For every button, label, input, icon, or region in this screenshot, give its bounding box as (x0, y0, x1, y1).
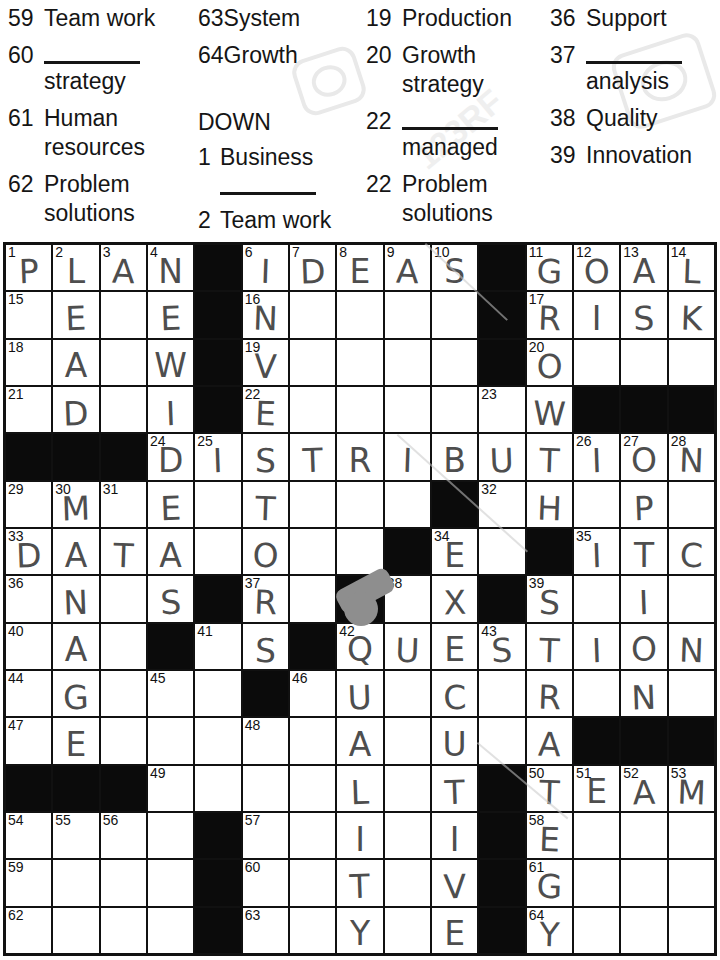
clue-item: 2Team work (198, 206, 364, 235)
cell-number: 45 (150, 670, 166, 686)
grid-cell[interactable]: 31 (101, 482, 146, 527)
grid-cell[interactable]: 17R (527, 292, 572, 337)
grid-cell[interactable]: O (621, 624, 666, 669)
grid-cell[interactable]: S (148, 576, 193, 621)
cell-letter: N (53, 576, 100, 623)
grid-cell[interactable] (669, 860, 714, 905)
grid-cell[interactable] (574, 482, 619, 527)
cell-number: 63 (245, 907, 261, 923)
black-cell (479, 245, 524, 290)
grid-cell[interactable] (385, 908, 430, 953)
grid-cell[interactable] (290, 340, 335, 385)
grid-cell[interactable] (101, 576, 146, 621)
grid-cell[interactable]: 33D (6, 529, 51, 574)
clue-text: Growth (224, 41, 298, 70)
grid-cell[interactable]: 35I (574, 529, 619, 574)
grid-cell[interactable]: 9A (385, 245, 430, 290)
grid-cell[interactable] (669, 813, 714, 858)
cell-number: 62 (8, 907, 24, 923)
grid-cell[interactable] (385, 671, 430, 716)
cell-letter: I (573, 434, 620, 481)
grid-cell[interactable]: X (432, 576, 477, 621)
grid-cell[interactable]: V (432, 860, 477, 905)
grid-cell[interactable]: 63 (243, 908, 288, 953)
clue-column-4: 36Support37analysis38Quality39Innovation (550, 4, 718, 178)
grid-cell[interactable] (290, 766, 335, 811)
grid-cell[interactable]: S (621, 292, 666, 337)
clue-text: Problem (44, 170, 135, 199)
grid-cell[interactable]: T (337, 860, 382, 905)
grid-cell[interactable] (101, 387, 146, 432)
grid-cell[interactable]: 50T (527, 766, 572, 811)
clue-text: strategy (44, 67, 140, 96)
cell-letter: A (53, 529, 98, 574)
cell-letter: S (242, 434, 289, 481)
cell-letter: U (337, 670, 384, 717)
grid-cell[interactable] (148, 718, 193, 763)
grid-cell[interactable]: T (527, 624, 572, 669)
grid-cell[interactable] (337, 292, 382, 337)
cell-letter: E (432, 624, 477, 669)
grid-cell[interactable] (385, 292, 430, 337)
clue-text: analysis (586, 67, 682, 96)
grid-cell[interactable]: 49 (148, 766, 193, 811)
grid-cell[interactable]: 59 (6, 860, 51, 905)
grid-cell[interactable]: 48 (243, 718, 288, 763)
grid-cell[interactable] (574, 671, 619, 716)
grid-cell[interactable] (101, 624, 146, 669)
grid-cell[interactable] (432, 340, 477, 385)
grid-cell[interactable] (574, 340, 619, 385)
grid-cell[interactable] (385, 860, 430, 905)
cell-letter: Q (337, 624, 382, 669)
cell-number: 36 (8, 575, 24, 591)
grid-cell[interactable]: 32 (479, 482, 524, 527)
cell-letter: X (431, 576, 478, 623)
grid-cell[interactable]: 51E (574, 766, 619, 811)
grid-cell[interactable] (574, 908, 619, 953)
grid-cell[interactable] (290, 292, 335, 337)
grid-cell[interactable]: 30M (53, 482, 98, 527)
grid-cell[interactable]: W (148, 340, 193, 385)
grid-cell[interactable]: R (527, 671, 572, 716)
grid-cell[interactable] (574, 860, 619, 905)
cell-letter: N (668, 623, 715, 670)
grid-cell[interactable]: U (479, 434, 524, 479)
grid-cell[interactable]: I (574, 292, 619, 337)
clue-item: 63System (198, 4, 364, 33)
cell-number: 29 (8, 481, 24, 497)
cell-letter: L (668, 244, 715, 291)
grid-cell[interactable]: 44 (6, 671, 51, 716)
grid-cell[interactable]: 60 (243, 860, 288, 905)
grid-cell[interactable] (243, 766, 288, 811)
grid-cell[interactable] (669, 908, 714, 953)
grid-cell[interactable]: 54 (6, 813, 51, 858)
grid-cell[interactable] (385, 340, 430, 385)
grid-cell[interactable] (669, 482, 714, 527)
grid-cell[interactable]: 55 (53, 813, 98, 858)
grid-cell[interactable]: T (432, 766, 477, 811)
grid-cell[interactable] (195, 482, 240, 527)
crossword-grid: 1P2L3A4N6I7D8E9A10S11G12O13A14L15EE16N17… (3, 242, 717, 956)
grid-cell[interactable]: L (337, 766, 382, 811)
cell-number: 44 (8, 670, 24, 686)
clue-text: solutions (44, 199, 135, 228)
clue-text: Business (220, 143, 316, 172)
grid-cell[interactable]: I (621, 576, 666, 621)
grid-cell[interactable] (337, 387, 382, 432)
grid-cell[interactable]: A (527, 718, 572, 763)
grid-cell[interactable]: A (53, 529, 98, 574)
grid-cell[interactable] (148, 813, 193, 858)
grid-cell[interactable]: E (148, 482, 193, 527)
cell-letter: I (147, 386, 194, 433)
grid-cell[interactable]: K (669, 292, 714, 337)
grid-cell[interactable]: U (432, 718, 477, 763)
grid-cell[interactable]: 46 (290, 671, 335, 716)
clue-number: 38 (550, 104, 586, 133)
grid-cell[interactable]: 53M (669, 766, 714, 811)
grid-cell[interactable] (53, 860, 98, 905)
cell-letter: I (621, 576, 668, 623)
grid-cell[interactable]: 64Y (527, 908, 572, 953)
grid-cell[interactable]: 18 (6, 340, 51, 385)
black-cell (6, 434, 51, 479)
cell-number: 41 (197, 623, 213, 639)
clue-blank-line (220, 172, 316, 195)
grid-cell[interactable]: Y (337, 908, 382, 953)
grid-cell[interactable]: 4N (148, 245, 193, 290)
grid-cell[interactable]: G (53, 671, 98, 716)
grid-cell[interactable]: E (53, 718, 98, 763)
grid-cell[interactable]: 7D (290, 245, 335, 290)
grid-cell[interactable]: 47 (6, 718, 51, 763)
cell-letter: S (479, 623, 526, 670)
cell-letter: G (526, 244, 573, 291)
grid-cell[interactable]: 24D (148, 434, 193, 479)
grid-cell[interactable] (385, 718, 430, 763)
grid-cell[interactable]: A (53, 624, 98, 669)
grid-cell[interactable]: O (243, 529, 288, 574)
clue-item: 39Innovation (550, 141, 718, 170)
clue-item: 37analysis (550, 41, 718, 96)
grid-cell[interactable]: 45 (148, 671, 193, 716)
grid-cell[interactable]: 20O (527, 340, 572, 385)
grid-cell[interactable]: N (621, 671, 666, 716)
cell-letter: D (289, 244, 336, 291)
cell-letter: O (621, 624, 666, 669)
cell-letter: O (573, 244, 620, 291)
grid-cell[interactable] (385, 387, 430, 432)
grid-cell[interactable]: 1P (6, 245, 51, 290)
grid-cell[interactable] (574, 576, 619, 621)
clue-text: Human (44, 104, 145, 133)
cell-letter: D (5, 528, 52, 575)
cell-letter: E (337, 245, 382, 290)
grid-cell[interactable]: 57 (243, 813, 288, 858)
cell-letter: A (621, 765, 668, 812)
grid-cell[interactable]: I (337, 813, 382, 858)
grid-cell[interactable]: 19V (243, 340, 288, 385)
cell-letter: U (384, 623, 431, 670)
grid-cell[interactable]: 25I (195, 434, 240, 479)
grid-cell[interactable]: P (621, 482, 666, 527)
cell-number: 18 (8, 339, 24, 355)
grid-cell[interactable] (101, 292, 146, 337)
cell-letter: Y (337, 908, 382, 953)
clue-number: 36 (550, 4, 586, 33)
black-cell (53, 766, 98, 811)
clue-number: 19 (366, 4, 402, 33)
grid-cell[interactable]: D (53, 387, 98, 432)
grid-cell[interactable] (479, 529, 524, 574)
grid-cell[interactable] (148, 908, 193, 953)
grid-cell[interactable] (290, 576, 335, 621)
cell-letter: D (148, 434, 193, 479)
grid-cell[interactable]: 6I (243, 245, 288, 290)
grid-cell[interactable] (337, 482, 382, 527)
grid-cell[interactable]: E (148, 292, 193, 337)
cell-number: 48 (245, 717, 261, 733)
grid-cell[interactable]: A (148, 529, 193, 574)
black-cell (479, 292, 524, 337)
grid-cell[interactable]: A (53, 340, 98, 385)
cell-letter: E (432, 908, 477, 953)
cell-letter: C (668, 528, 715, 575)
cell-letter: D (53, 386, 100, 433)
grid-cell[interactable]: 15 (6, 292, 51, 337)
grid-cell[interactable] (148, 860, 193, 905)
grid-cell[interactable]: 38 (385, 576, 430, 621)
cell-letter: I (573, 528, 620, 575)
grid-cell[interactable]: 40 (6, 624, 51, 669)
grid-cell[interactable]: 13A (621, 245, 666, 290)
cell-number: 57 (245, 812, 261, 828)
black-cell (195, 340, 240, 385)
black-cell (195, 245, 240, 290)
grid-cell[interactable]: W (527, 387, 572, 432)
clue-text: Growth (402, 41, 484, 70)
grid-cell[interactable]: 26I (574, 434, 619, 479)
cell-letter: T (337, 860, 384, 907)
grid-cell[interactable] (621, 813, 666, 858)
clue-text: strategy (402, 70, 484, 99)
grid-cell[interactable] (195, 718, 240, 763)
grid-cell[interactable] (101, 340, 146, 385)
clue-text: Support (586, 4, 667, 33)
clue-item: 22managed (366, 107, 546, 162)
grid-cell[interactable] (290, 529, 335, 574)
grid-cell[interactable]: T (621, 529, 666, 574)
grid-cell[interactable]: 16N (243, 292, 288, 337)
cell-number: 49 (150, 765, 166, 781)
grid-cell[interactable] (432, 387, 477, 432)
clue-column-2: 63System64GrowthDOWN1Business2Team work (198, 4, 364, 243)
grid-cell[interactable]: A (337, 718, 382, 763)
grid-cell[interactable]: 12O (574, 245, 619, 290)
grid-cell[interactable] (290, 908, 335, 953)
black-cell (479, 576, 524, 621)
cell-letter: I (384, 434, 431, 481)
cell-letter: I (242, 244, 289, 291)
grid-cell[interactable] (669, 340, 714, 385)
clue-blank-line (44, 41, 140, 64)
grid-cell[interactable] (479, 718, 524, 763)
grid-cell[interactable] (195, 529, 240, 574)
grid-cell[interactable] (574, 813, 619, 858)
grid-cell[interactable]: U (337, 671, 382, 716)
cell-letter: T (100, 528, 147, 575)
grid-cell[interactable]: 36 (6, 576, 51, 621)
grid-cell[interactable]: 62 (6, 908, 51, 953)
clue-blank-line (402, 107, 498, 130)
cell-letter: K (668, 292, 715, 339)
clue-text: solutions (402, 199, 493, 228)
grid-cell[interactable]: E (432, 908, 477, 953)
grid-cell[interactable] (101, 671, 146, 716)
clue-item: 62Problemsolutions (8, 170, 194, 228)
grid-cell[interactable]: I (148, 387, 193, 432)
grid-cell[interactable]: H (527, 482, 572, 527)
clue-item: 19Production (366, 4, 546, 33)
grid-cell[interactable]: 28N (669, 434, 714, 479)
grid-cell[interactable] (195, 671, 240, 716)
cell-letter: S (526, 576, 573, 623)
grid-cell[interactable]: 14L (669, 245, 714, 290)
grid-cell[interactable] (195, 766, 240, 811)
grid-cell[interactable] (621, 860, 666, 905)
grid-cell[interactable]: I (385, 434, 430, 479)
grid-cell[interactable]: 27O (621, 434, 666, 479)
grid-cell[interactable]: S (243, 624, 288, 669)
grid-cell[interactable] (479, 671, 524, 716)
grid-cell[interactable] (621, 340, 666, 385)
grid-cell[interactable]: B (432, 434, 477, 479)
grid-cell[interactable] (101, 908, 146, 953)
black-cell (479, 860, 524, 905)
cell-letter: N (242, 292, 289, 339)
grid-cell[interactable]: 23 (479, 387, 524, 432)
grid-cell[interactable] (290, 387, 335, 432)
grid-cell[interactable]: 41 (195, 624, 240, 669)
grid-cell[interactable]: E (53, 292, 98, 337)
clue-item: 61Humanresources (8, 104, 194, 162)
black-cell (479, 908, 524, 953)
grid-cell[interactable] (432, 292, 477, 337)
grid-cell[interactable]: 3A (101, 245, 146, 290)
grid-cell[interactable]: T (290, 434, 335, 479)
grid-cell[interactable]: T (243, 482, 288, 527)
cell-letter: E (147, 481, 194, 528)
clue-item: 64Growth (198, 41, 364, 70)
grid-cell[interactable]: R (337, 434, 382, 479)
clue-text: Problem (402, 170, 493, 199)
grid-cell[interactable]: U (385, 624, 430, 669)
grid-cell[interactable]: 61G (527, 860, 572, 905)
clue-column-1: 59Team work60strategy61Humanresources62P… (8, 4, 194, 236)
black-cell (101, 434, 146, 479)
grid-cell[interactable]: C (669, 529, 714, 574)
cell-letter: R (337, 434, 382, 479)
grid-cell[interactable] (337, 529, 382, 574)
grid-cell[interactable] (290, 482, 335, 527)
cell-letter: A (526, 718, 573, 765)
grid-cell[interactable]: 58E (527, 813, 572, 858)
cell-number: 38 (387, 575, 403, 591)
clue-number: 22 (366, 170, 402, 228)
cell-letter: I (195, 434, 242, 481)
grid-cell[interactable]: 29 (6, 482, 51, 527)
grid-cell[interactable] (621, 908, 666, 953)
grid-cell[interactable]: T (527, 434, 572, 479)
grid-cell[interactable] (385, 482, 430, 527)
cell-letter: E (432, 529, 477, 574)
cell-letter: P (621, 481, 668, 528)
grid-cell[interactable]: 8E (337, 245, 382, 290)
grid-cell[interactable] (669, 671, 714, 716)
cell-letter: U (479, 434, 526, 481)
grid-cell[interactable]: I (432, 813, 477, 858)
cell-letter: P (5, 244, 52, 291)
cell-number: 23 (481, 386, 497, 402)
grid-cell[interactable]: 37R (243, 576, 288, 621)
black-cell (6, 766, 51, 811)
black-cell (195, 292, 240, 337)
grid-cell[interactable]: T (101, 529, 146, 574)
cell-letter: M (53, 481, 100, 528)
cell-number: 59 (8, 859, 24, 875)
grid-cell[interactable]: 56 (101, 813, 146, 858)
grid-cell[interactable]: C (432, 671, 477, 716)
grid-cell[interactable]: I (574, 624, 619, 669)
grid-cell[interactable]: 2L (53, 245, 98, 290)
grid-cell[interactable] (101, 718, 146, 763)
grid-cell[interactable] (385, 813, 430, 858)
grid-cell[interactable] (385, 766, 430, 811)
clue-number: 22 (366, 107, 402, 162)
grid-cell[interactable]: 39S (527, 576, 572, 621)
grid-cell[interactable]: 34E (432, 529, 477, 574)
grid-cell[interactable] (290, 718, 335, 763)
black-cell (479, 766, 524, 811)
black-cell (385, 529, 430, 574)
grid-cell[interactable]: S (243, 434, 288, 479)
cell-letter: A (100, 244, 147, 291)
black-cell (53, 434, 98, 479)
grid-cell[interactable]: 21 (6, 387, 51, 432)
cell-letter: A (384, 244, 431, 291)
grid-cell[interactable]: E (432, 624, 477, 669)
grid-cell[interactable] (53, 908, 98, 953)
clue-text: Production (402, 4, 512, 33)
grid-cell[interactable]: 52A (621, 766, 666, 811)
grid-cell[interactable]: 11G (527, 245, 572, 290)
grid-cell[interactable] (337, 340, 382, 385)
grid-cell[interactable] (669, 576, 714, 621)
grid-cell[interactable]: 42Q (337, 624, 382, 669)
grid-cell[interactable] (101, 860, 146, 905)
grid-cell[interactable] (290, 813, 335, 858)
grid-cell[interactable]: 43S (479, 624, 524, 669)
grid-cell[interactable]: 22E (243, 387, 288, 432)
grid-cell[interactable]: N (669, 624, 714, 669)
grid-cell[interactable]: 10S (432, 245, 477, 290)
grid-cell[interactable]: N (53, 576, 98, 621)
black-cell (195, 860, 240, 905)
cell-letter: R (526, 670, 573, 717)
grid-cell[interactable] (290, 860, 335, 905)
